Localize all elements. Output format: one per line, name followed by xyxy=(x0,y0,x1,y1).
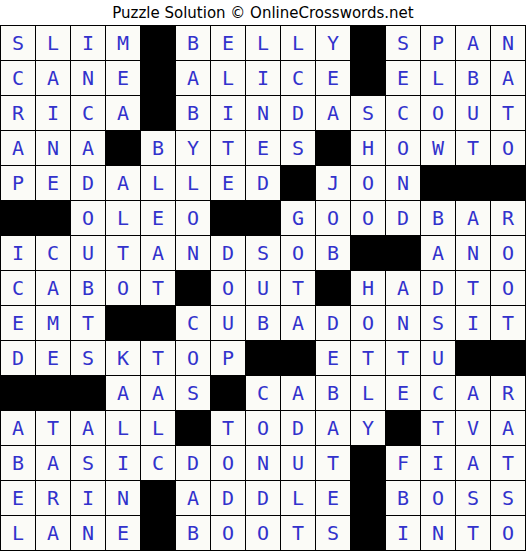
letter-cell[interactable]: I xyxy=(1,236,35,270)
letter-cell[interactable]: S xyxy=(71,341,105,375)
letter-cell[interactable]: T xyxy=(456,516,490,550)
letter-cell[interactable]: A xyxy=(456,26,490,60)
letter-cell[interactable]: A xyxy=(1,131,35,165)
letter-cell[interactable]: T xyxy=(316,446,350,480)
letter-cell[interactable]: B xyxy=(141,131,175,165)
letter-cell[interactable]: H xyxy=(351,131,385,165)
letter-cell[interactable]: O xyxy=(281,236,315,270)
block-cell xyxy=(351,61,385,95)
letter-cell[interactable]: S xyxy=(71,446,105,480)
letter-cell[interactable]: D xyxy=(211,481,245,515)
block-cell xyxy=(351,481,385,515)
letter-cell[interactable]: L xyxy=(106,411,140,445)
letter-cell[interactable]: O xyxy=(491,516,525,550)
letter-cell[interactable]: T xyxy=(491,306,525,340)
letter-cell[interactable]: K xyxy=(106,341,140,375)
block-cell xyxy=(316,131,350,165)
letter-cell[interactable]: A xyxy=(456,446,490,480)
letter-cell[interactable]: T xyxy=(421,411,455,445)
letter-cell[interactable]: T xyxy=(491,446,525,480)
block-cell xyxy=(491,341,525,375)
letter-cell[interactable]: B xyxy=(71,271,105,305)
letter-cell[interactable]: S xyxy=(386,26,420,60)
letter-cell[interactable]: T xyxy=(281,516,315,550)
letter-cell[interactable]: A xyxy=(106,96,140,130)
letter-cell[interactable]: R xyxy=(36,481,70,515)
letter-cell[interactable]: S xyxy=(176,376,210,410)
letter-cell[interactable]: E xyxy=(106,516,140,550)
letter-cell[interactable]: E xyxy=(36,166,70,200)
block-cell xyxy=(36,376,70,410)
block-cell xyxy=(456,166,490,200)
letter-cell[interactable]: N xyxy=(386,306,420,340)
block-cell xyxy=(246,201,280,235)
letter-cell[interactable]: A xyxy=(421,236,455,270)
letter-cell[interactable]: Y xyxy=(176,131,210,165)
letter-cell[interactable]: A xyxy=(36,61,70,95)
letter-cell[interactable]: V xyxy=(456,411,490,445)
letter-cell[interactable]: O xyxy=(246,411,280,445)
letter-cell[interactable]: N xyxy=(456,236,490,270)
letter-cell[interactable]: N xyxy=(491,26,525,60)
block-cell xyxy=(246,341,280,375)
letter-cell[interactable]: C xyxy=(1,61,35,95)
letter-cell[interactable]: O xyxy=(316,201,350,235)
letter-cell[interactable]: O xyxy=(421,481,455,515)
letter-cell[interactable]: D xyxy=(246,481,280,515)
letter-cell[interactable]: O xyxy=(351,201,385,235)
letter-cell[interactable]: D xyxy=(71,166,105,200)
letter-cell[interactable]: N xyxy=(246,96,280,130)
letter-cell[interactable]: L xyxy=(421,61,455,95)
letter-cell[interactable]: M xyxy=(36,306,70,340)
letter-cell[interactable]: A xyxy=(456,376,490,410)
block-cell xyxy=(281,341,315,375)
letter-cell[interactable]: O xyxy=(351,306,385,340)
letter-cell[interactable]: A xyxy=(386,271,420,305)
letter-cell[interactable]: O xyxy=(106,271,140,305)
letter-cell[interactable]: L xyxy=(176,166,210,200)
block-cell xyxy=(106,306,140,340)
letter-cell[interactable]: D xyxy=(281,96,315,130)
letter-cell[interactable]: E xyxy=(211,26,245,60)
letter-cell[interactable]: I xyxy=(246,61,280,95)
letter-cell[interactable]: Y xyxy=(351,411,385,445)
letter-cell[interactable]: O xyxy=(71,201,105,235)
block-cell xyxy=(141,516,175,550)
block-cell xyxy=(176,271,210,305)
block-cell xyxy=(351,236,385,270)
letter-cell[interactable]: L xyxy=(106,201,140,235)
letter-cell[interactable]: B xyxy=(176,96,210,130)
letter-cell[interactable]: L xyxy=(141,411,175,445)
letter-cell[interactable]: S xyxy=(491,481,525,515)
letter-cell[interactable]: N xyxy=(36,131,70,165)
letter-cell[interactable]: P xyxy=(1,166,35,200)
block-cell xyxy=(1,201,35,235)
letter-cell[interactable]: R xyxy=(1,96,35,130)
letter-cell[interactable]: N xyxy=(246,446,280,480)
letter-cell[interactable]: A xyxy=(36,271,70,305)
letter-cell[interactable]: D xyxy=(386,201,420,235)
block-cell xyxy=(316,271,350,305)
letter-cell[interactable]: B xyxy=(316,236,350,270)
letter-cell[interactable]: O xyxy=(211,446,245,480)
letter-cell[interactable]: E xyxy=(141,201,175,235)
letter-cell[interactable]: O xyxy=(351,166,385,200)
letter-cell[interactable]: I xyxy=(106,446,140,480)
letter-cell[interactable]: C xyxy=(386,96,420,130)
letter-cell[interactable]: T xyxy=(456,131,490,165)
letter-cell[interactable]: T xyxy=(71,306,105,340)
block-cell xyxy=(351,446,385,480)
letter-cell[interactable]: C xyxy=(246,376,280,410)
letter-cell[interactable]: T xyxy=(211,131,245,165)
block-cell xyxy=(386,411,420,445)
letter-cell[interactable]: A xyxy=(106,376,140,410)
letter-cell[interactable]: O xyxy=(386,131,420,165)
letter-cell[interactable]: A xyxy=(1,411,35,445)
letter-cell[interactable]: C xyxy=(1,271,35,305)
letter-cell[interactable]: O xyxy=(491,131,525,165)
letter-cell[interactable]: O xyxy=(211,271,245,305)
letter-cell[interactable]: U xyxy=(71,236,105,270)
page-title: Puzzle Solution © OnlineCrosswords.net xyxy=(112,4,413,22)
letter-cell[interactable]: Y xyxy=(316,26,350,60)
letter-cell[interactable]: E xyxy=(1,306,35,340)
letter-cell[interactable]: T xyxy=(36,411,70,445)
letter-cell[interactable]: I xyxy=(71,481,105,515)
block-cell xyxy=(421,166,455,200)
letter-cell[interactable]: L xyxy=(246,26,280,60)
letter-cell[interactable]: U xyxy=(281,446,315,480)
letter-cell[interactable]: B xyxy=(456,61,490,95)
letter-cell[interactable]: B xyxy=(246,306,280,340)
letter-cell[interactable]: D xyxy=(421,271,455,305)
block-cell xyxy=(456,341,490,375)
letter-cell[interactable]: M xyxy=(106,26,140,60)
letter-cell[interactable]: N xyxy=(106,481,140,515)
block-cell xyxy=(491,166,525,200)
letter-cell[interactable]: C xyxy=(71,96,105,130)
letter-cell[interactable]: L xyxy=(281,481,315,515)
crossword-grid: SLIMBELLYSPANCANEALICEELBARICABINDASCOUT… xyxy=(0,25,526,551)
letter-cell[interactable]: A xyxy=(36,446,70,480)
letter-cell[interactable]: I xyxy=(36,96,70,130)
letter-cell[interactable]: N xyxy=(71,61,105,95)
letter-cell[interactable]: B xyxy=(421,201,455,235)
letter-cell[interactable]: U xyxy=(421,341,455,375)
block-cell xyxy=(386,236,420,270)
letter-cell[interactable]: O xyxy=(491,236,525,270)
letter-cell[interactable]: P xyxy=(421,26,455,60)
letter-cell[interactable]: T xyxy=(141,271,175,305)
letter-cell[interactable]: A xyxy=(281,306,315,340)
letter-cell[interactable]: E xyxy=(211,166,245,200)
letter-cell[interactable]: S xyxy=(1,26,35,60)
letter-cell[interactable]: C xyxy=(36,236,70,270)
letter-cell[interactable]: E xyxy=(246,131,280,165)
block-cell xyxy=(141,26,175,60)
letter-cell[interactable]: U xyxy=(211,306,245,340)
letter-cell[interactable]: I xyxy=(386,516,420,550)
letter-cell[interactable]: D xyxy=(211,236,245,270)
block-cell xyxy=(141,96,175,130)
letter-cell[interactable]: L xyxy=(211,61,245,95)
block-cell xyxy=(141,306,175,340)
letter-cell[interactable]: L xyxy=(351,376,385,410)
letter-cell[interactable]: E xyxy=(106,61,140,95)
letter-cell[interactable]: C xyxy=(421,376,455,410)
letter-cell[interactable]: N xyxy=(386,166,420,200)
block-cell xyxy=(1,376,35,410)
letter-cell[interactable]: S xyxy=(351,96,385,130)
letter-cell[interactable]: O xyxy=(176,201,210,235)
puzzle-solution-page: Puzzle Solution © OnlineCrosswords.net S… xyxy=(0,0,526,551)
letter-cell[interactable]: T xyxy=(351,341,385,375)
block-cell xyxy=(281,166,315,200)
block-cell xyxy=(176,411,210,445)
letter-cell[interactable]: E xyxy=(316,61,350,95)
letter-cell[interactable]: S xyxy=(316,516,350,550)
letter-cell[interactable]: A xyxy=(141,236,175,270)
letter-cell[interactable]: A xyxy=(141,376,175,410)
letter-cell[interactable]: A xyxy=(71,131,105,165)
letter-cell[interactable]: E xyxy=(386,61,420,95)
letter-cell[interactable]: T xyxy=(456,271,490,305)
letter-cell[interactable]: T xyxy=(106,236,140,270)
letter-cell[interactable]: L xyxy=(281,26,315,60)
letter-cell[interactable]: R xyxy=(491,376,525,410)
letter-cell[interactable]: T xyxy=(491,96,525,130)
letter-cell[interactable]: E xyxy=(1,481,35,515)
block-cell xyxy=(71,376,105,410)
letter-cell[interactable]: L xyxy=(141,166,175,200)
letter-cell[interactable]: O xyxy=(491,271,525,305)
letter-cell[interactable]: O xyxy=(421,96,455,130)
letter-cell[interactable]: A xyxy=(316,96,350,130)
letter-cell[interactable]: L xyxy=(36,26,70,60)
letter-cell[interactable]: I xyxy=(211,96,245,130)
letter-cell[interactable]: B xyxy=(386,481,420,515)
letter-cell[interactable]: I xyxy=(421,446,455,480)
letter-cell[interactable]: E xyxy=(316,481,350,515)
letter-cell[interactable]: A xyxy=(106,166,140,200)
block-cell xyxy=(141,481,175,515)
letter-cell[interactable]: D xyxy=(246,166,280,200)
letter-cell[interactable]: S xyxy=(421,306,455,340)
block-cell xyxy=(351,516,385,550)
letter-cell[interactable]: T xyxy=(281,271,315,305)
letter-cell[interactable]: N xyxy=(176,236,210,270)
letter-cell[interactable]: D xyxy=(316,306,350,340)
letter-cell[interactable]: B xyxy=(176,516,210,550)
letter-cell[interactable]: A xyxy=(456,201,490,235)
letter-cell[interactable]: G xyxy=(281,201,315,235)
letter-cell[interactable]: I xyxy=(456,306,490,340)
letter-cell[interactable]: N xyxy=(71,516,105,550)
letter-cell[interactable]: E xyxy=(36,341,70,375)
letter-cell[interactable]: O xyxy=(246,516,280,550)
block-cell xyxy=(141,61,175,95)
block-cell xyxy=(211,376,245,410)
letter-cell[interactable]: D xyxy=(1,341,35,375)
letter-cell[interactable]: A xyxy=(491,411,525,445)
letter-cell[interactable]: N xyxy=(421,516,455,550)
letter-cell[interactable]: T xyxy=(386,341,420,375)
letter-cell[interactable]: R xyxy=(491,201,525,235)
letter-cell[interactable]: A xyxy=(176,61,210,95)
block-cell xyxy=(211,201,245,235)
letter-cell[interactable]: U xyxy=(246,271,280,305)
letter-cell[interactable]: P xyxy=(211,341,245,375)
letter-cell[interactable]: B xyxy=(176,26,210,60)
letter-cell[interactable]: I xyxy=(71,26,105,60)
letter-cell[interactable]: F xyxy=(386,446,420,480)
letter-cell[interactable]: A xyxy=(176,481,210,515)
letter-cell[interactable]: S xyxy=(246,236,280,270)
letter-cell[interactable]: S xyxy=(281,131,315,165)
letter-cell[interactable]: B xyxy=(1,446,35,480)
block-cell xyxy=(351,26,385,60)
letter-cell[interactable]: A xyxy=(71,411,105,445)
letter-cell[interactable]: L xyxy=(1,516,35,550)
letter-cell[interactable]: U xyxy=(456,96,490,130)
letter-cell[interactable]: A xyxy=(36,516,70,550)
block-cell xyxy=(36,201,70,235)
letter-cell[interactable]: O xyxy=(176,341,210,375)
letter-cell[interactable]: O xyxy=(211,516,245,550)
letter-cell[interactable]: D xyxy=(281,411,315,445)
letter-cell[interactable]: A xyxy=(491,61,525,95)
letter-cell[interactable]: S xyxy=(456,481,490,515)
letter-cell[interactable]: B xyxy=(316,376,350,410)
letter-cell[interactable]: T xyxy=(211,411,245,445)
letter-cell[interactable]: C xyxy=(141,446,175,480)
letter-cell[interactable]: W xyxy=(421,131,455,165)
letter-cell[interactable]: J xyxy=(316,166,350,200)
letter-cell[interactable]: A xyxy=(281,376,315,410)
letter-cell[interactable]: C xyxy=(281,61,315,95)
letter-cell[interactable]: E xyxy=(316,341,350,375)
letter-cell[interactable]: C xyxy=(176,306,210,340)
block-cell xyxy=(106,131,140,165)
letter-cell[interactable]: D xyxy=(176,446,210,480)
letter-cell[interactable]: E xyxy=(386,376,420,410)
title-bar: Puzzle Solution © OnlineCrosswords.net xyxy=(0,0,526,25)
letter-cell[interactable]: H xyxy=(351,271,385,305)
letter-cell[interactable]: T xyxy=(141,341,175,375)
letter-cell[interactable]: A xyxy=(316,411,350,445)
